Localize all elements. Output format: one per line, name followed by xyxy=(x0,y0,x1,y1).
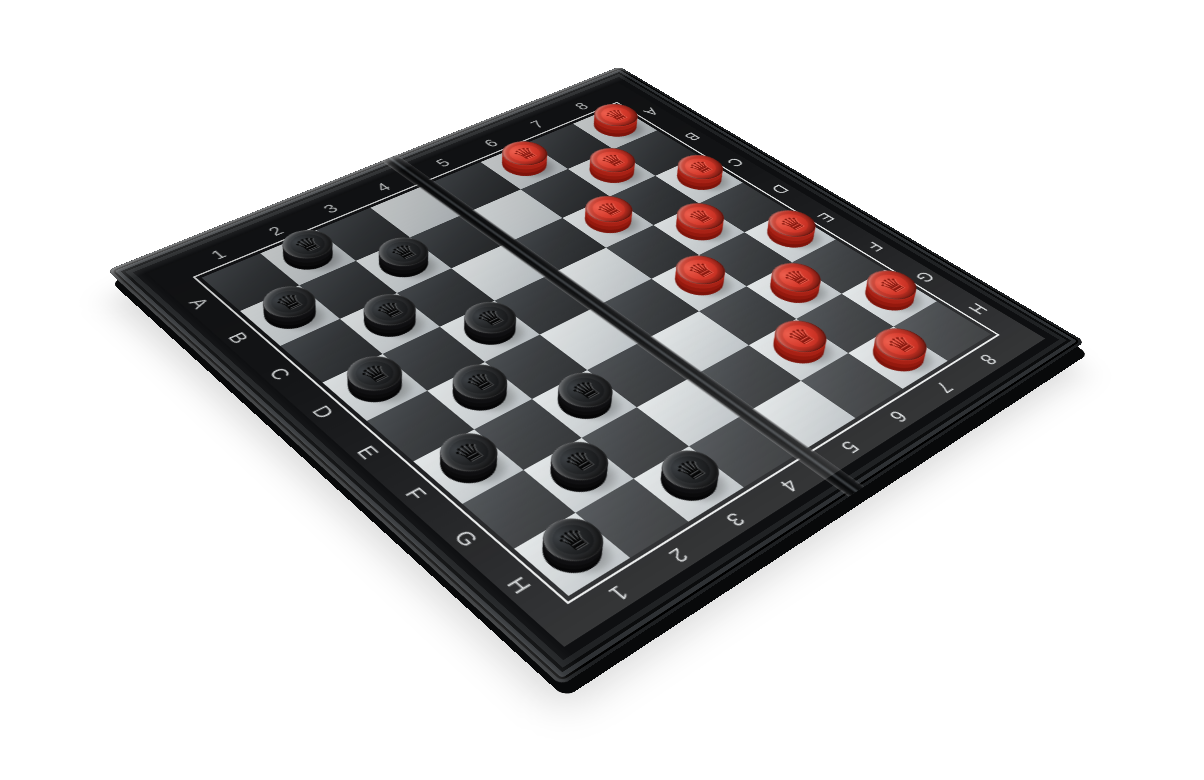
checker-black[interactable]: ♛ xyxy=(539,448,618,502)
crown-icon: ♛ xyxy=(470,305,510,330)
checker-red[interactable]: ♛ xyxy=(862,335,934,380)
scene: 12345678 12345678 ABCDEFGH ABCDEFGH ♛ ♛ xyxy=(0,0,1204,780)
checker-black[interactable]: ♛ xyxy=(337,363,412,411)
checker-black[interactable]: ♛ xyxy=(530,524,613,584)
checker-black[interactable]: ♛ xyxy=(254,294,326,338)
checker-black[interactable]: ♛ xyxy=(442,371,517,419)
checker-black[interactable]: ♛ xyxy=(354,301,426,345)
checker-black[interactable]: ♛ xyxy=(649,456,728,510)
board-frame: 12345678 12345678 ABCDEFGH ABCDEFGH ♛ ♛ xyxy=(107,66,1085,685)
piece-top: ♛ xyxy=(531,510,615,570)
crown-icon: ♛ xyxy=(781,324,821,349)
crown-icon: ♛ xyxy=(447,437,491,467)
crown-icon: ♛ xyxy=(564,376,606,403)
crown-icon: ♛ xyxy=(370,297,410,321)
checker-red[interactable]: ♛ xyxy=(763,327,835,371)
crown-icon: ♛ xyxy=(557,446,601,476)
checker-black[interactable]: ♛ xyxy=(429,439,508,493)
crown-icon: ♛ xyxy=(668,455,712,485)
crown-icon: ♛ xyxy=(354,360,396,387)
crown-icon: ♛ xyxy=(459,368,501,395)
checker-black[interactable]: ♛ xyxy=(547,379,622,428)
crown-icon: ♛ xyxy=(550,523,597,556)
piece-top: ♛ xyxy=(651,443,731,497)
crown-icon: ♛ xyxy=(881,332,921,357)
checker-black[interactable]: ♛ xyxy=(454,309,526,353)
crown-icon: ♛ xyxy=(269,290,309,314)
